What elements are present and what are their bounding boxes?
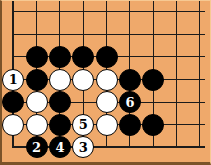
stone-black[interactable] [26,46,48,68]
stone-white[interactable] [26,91,48,113]
stone-black[interactable] [119,69,141,91]
stone-white[interactable] [49,69,71,91]
stone-black-move-6[interactable]: 6 [119,91,141,113]
stone-black[interactable] [49,91,71,113]
stone-black-move-4[interactable]: 4 [49,136,71,158]
stone-black[interactable] [96,46,118,68]
stone-black[interactable] [142,114,164,136]
stone-white[interactable] [96,114,118,136]
stone-white-move-5[interactable]: 5 [72,114,94,136]
stone-black-move-2[interactable]: 2 [26,136,48,158]
stone-white[interactable] [72,69,94,91]
stone-white-move-1[interactable]: 1 [2,69,24,91]
stone-black[interactable] [119,114,141,136]
stone-white[interactable] [96,91,118,113]
stone-white-move-3[interactable]: 3 [72,136,94,158]
stone-black[interactable] [142,69,164,91]
stones-layer: 165243 [2,0,211,158]
stone-black[interactable] [72,46,94,68]
stone-black[interactable] [49,114,71,136]
go-board[interactable]: 165243 [0,0,211,165]
stone-black[interactable] [26,69,48,91]
stone-white[interactable] [26,114,48,136]
stone-white[interactable] [96,69,118,91]
stone-white[interactable] [2,114,24,136]
stone-black[interactable] [49,46,71,68]
stone-black[interactable] [2,91,24,113]
